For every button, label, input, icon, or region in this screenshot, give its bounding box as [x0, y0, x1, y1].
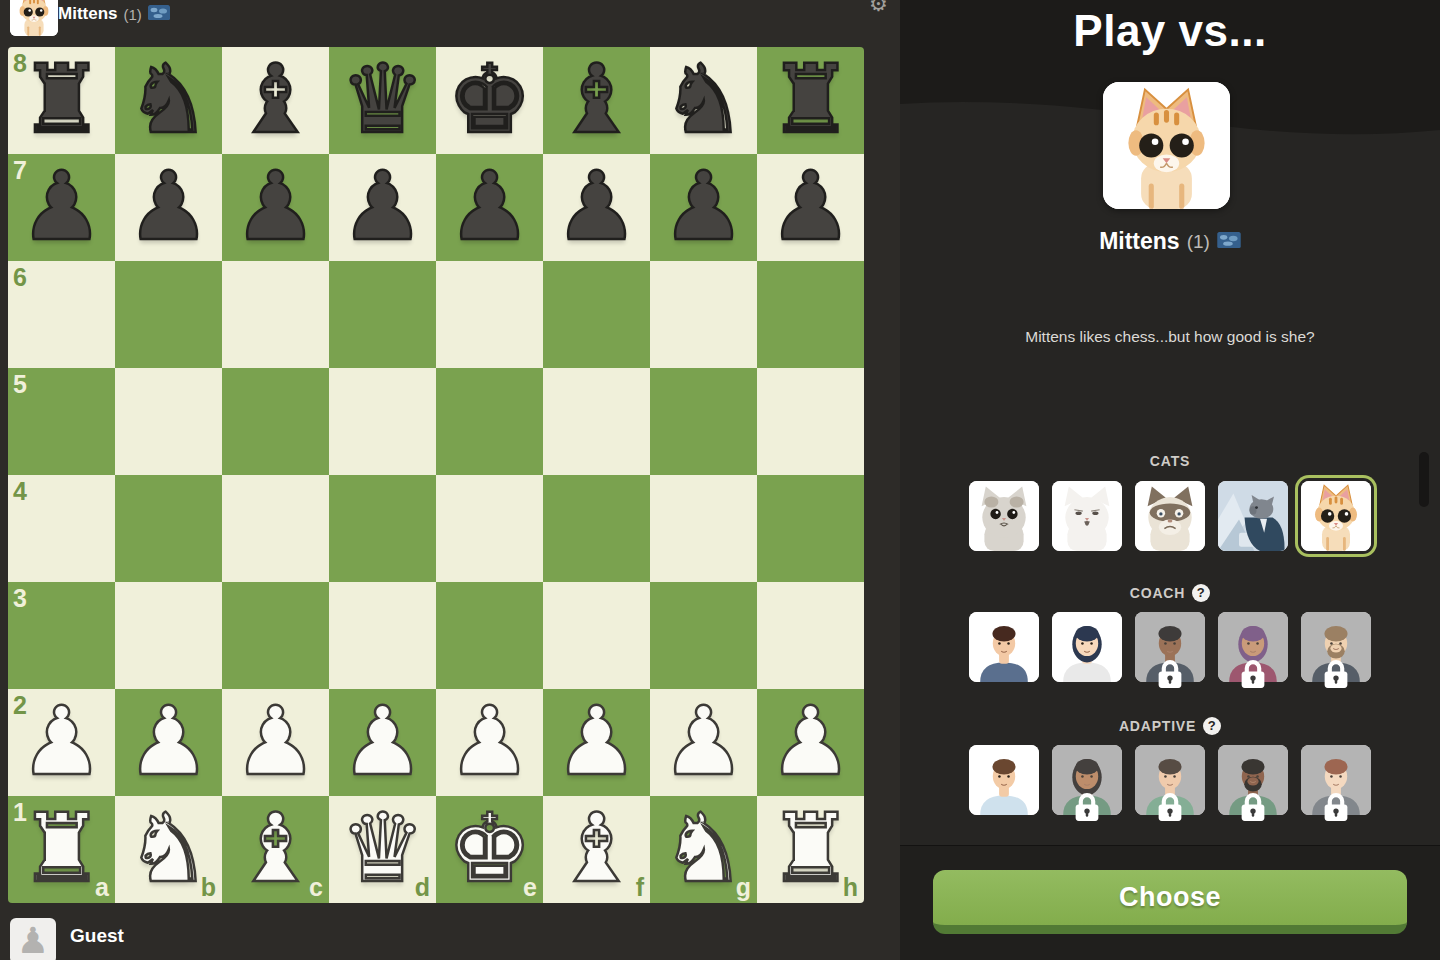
guest-avatar[interactable]: ♟: [10, 918, 56, 960]
square-e5[interactable]: [436, 368, 543, 475]
square-b5[interactable]: [115, 368, 222, 475]
adaptive-locked-1-avatar-tile[interactable]: [1052, 745, 1122, 815]
square-c6[interactable]: [222, 261, 329, 368]
section-label-adaptive: ADAPTIVE ?: [900, 717, 1440, 735]
top-player-name[interactable]: Mittens: [58, 4, 118, 24]
scrollbar-thumb[interactable]: [1419, 452, 1429, 507]
piece-black-pawn[interactable]: ♟: [115, 154, 222, 261]
coach-locked-3-avatar-tile[interactable]: [1301, 612, 1371, 682]
square-d3[interactable]: [329, 582, 436, 689]
coach-row: [900, 612, 1440, 682]
square-b4[interactable]: [115, 475, 222, 582]
square-f1[interactable]: f♝: [543, 796, 650, 903]
square-b6[interactable]: [115, 261, 222, 368]
square-g5[interactable]: [650, 368, 757, 475]
square-b8[interactable]: ♞: [115, 47, 222, 154]
lock-icon: [1324, 659, 1349, 690]
lock-icon: [1158, 659, 1183, 690]
square-g4[interactable]: [650, 475, 757, 582]
piece-white-knight[interactable]: ♞: [650, 796, 757, 903]
square-f5[interactable]: [543, 368, 650, 475]
play-vs-panel: Play vs... Mittens (1) Mittens likes che…: [900, 0, 1440, 960]
piece-white-pawn[interactable]: ♟: [436, 689, 543, 796]
rank-label-4: 4: [13, 477, 27, 506]
square-b7[interactable]: ♟: [115, 154, 222, 261]
piece-black-king[interactable]: ♚: [436, 47, 543, 154]
settings-gear-icon[interactable]: ⚙: [869, 0, 888, 15]
square-c7[interactable]: ♟: [222, 154, 329, 261]
square-c3[interactable]: [222, 582, 329, 689]
square-c4[interactable]: [222, 475, 329, 582]
adaptive-help-icon[interactable]: ?: [1203, 717, 1221, 735]
piece-white-pawn[interactable]: ♟: [329, 689, 436, 796]
cats-row: [900, 481, 1440, 551]
suit-cat-avatar: [1218, 481, 1288, 551]
piece-black-pawn[interactable]: ♟: [757, 154, 864, 261]
section-label-cats: CATS: [900, 453, 1440, 469]
square-d6[interactable]: [329, 261, 436, 368]
square-g8[interactable]: ♞: [650, 47, 757, 154]
piece-white-pawn[interactable]: ♟: [115, 689, 222, 796]
top-player-bar: [10, 0, 58, 36]
coach-1-avatar: [969, 612, 1039, 682]
bot-name: Mittens: [1099, 228, 1180, 255]
gray-cat-avatar-tile[interactable]: [969, 481, 1039, 551]
piece-black-pawn[interactable]: ♟: [543, 154, 650, 261]
grumpy-cat-avatar-tile[interactable]: [1135, 481, 1205, 551]
piece-black-bishop[interactable]: ♝: [222, 47, 329, 154]
coach-help-icon[interactable]: ?: [1192, 584, 1210, 602]
white-cat-avatar: [1052, 481, 1122, 551]
white-cat-avatar-tile[interactable]: [1052, 481, 1122, 551]
square-g2[interactable]: ♟: [650, 689, 757, 796]
square-a7[interactable]: 7♟: [8, 154, 115, 261]
mittens-avatar: [1301, 481, 1371, 551]
square-d4[interactable]: [329, 475, 436, 582]
square-d8[interactable]: ♛: [329, 47, 436, 154]
square-d2[interactable]: ♟: [329, 689, 436, 796]
piece-white-bishop[interactable]: ♝: [543, 796, 650, 903]
adaptive-locked-3-avatar-tile[interactable]: [1218, 745, 1288, 815]
square-a3[interactable]: 3: [8, 582, 115, 689]
piece-black-pawn[interactable]: ♟: [8, 154, 115, 261]
coach-1-avatar-tile[interactable]: [969, 612, 1039, 682]
piece-white-pawn[interactable]: ♟: [650, 689, 757, 796]
panel-footer: Choose: [900, 845, 1440, 960]
panel-title: Play vs...: [900, 6, 1440, 56]
piece-white-pawn[interactable]: ♟: [222, 689, 329, 796]
square-a6[interactable]: 6: [8, 261, 115, 368]
square-b2[interactable]: ♟: [115, 689, 222, 796]
square-h5[interactable]: [757, 368, 864, 475]
square-c1[interactable]: c♝: [222, 796, 329, 903]
square-g3[interactable]: [650, 582, 757, 689]
adaptive-1-avatar-tile[interactable]: [969, 745, 1039, 815]
square-e4[interactable]: [436, 475, 543, 582]
square-f8[interactable]: ♝: [543, 47, 650, 154]
top-player-avatar[interactable]: [10, 0, 58, 36]
lock-icon: [1241, 792, 1266, 823]
square-d1[interactable]: d♛: [329, 796, 436, 903]
piece-black-pawn[interactable]: ♟: [329, 154, 436, 261]
coach-2-avatar: [1052, 612, 1122, 682]
suit-cat-avatar-tile[interactable]: [1218, 481, 1288, 551]
piece-black-rook[interactable]: ♜: [757, 47, 864, 154]
piece-black-knight[interactable]: ♞: [650, 47, 757, 154]
adaptive-locked-2-avatar-tile[interactable]: [1135, 745, 1205, 815]
top-player-rating: (1): [124, 6, 142, 23]
adaptive-locked-4-avatar-tile[interactable]: [1301, 745, 1371, 815]
coach-locked-2-avatar-tile[interactable]: [1218, 612, 1288, 682]
piece-white-queen[interactable]: ♛: [329, 796, 436, 903]
square-h3[interactable]: [757, 582, 864, 689]
square-g1[interactable]: g♞: [650, 796, 757, 903]
rank-label-3: 3: [13, 584, 27, 613]
square-b1[interactable]: b♞: [115, 796, 222, 903]
adaptive-row: [900, 745, 1440, 815]
square-a1[interactable]: 1a♜: [8, 796, 115, 903]
square-e7[interactable]: ♟: [436, 154, 543, 261]
bottom-player-name: Guest: [70, 925, 124, 947]
bot-name-row: Mittens (1): [900, 228, 1440, 255]
square-f6[interactable]: [543, 261, 650, 368]
board-area: Mittens (1) ⚙ 8♜♞♝♛♚♝♞♜7♟♟♟♟♟♟♟♟65432♟♟♟…: [0, 0, 900, 960]
square-a2[interactable]: 2♟: [8, 689, 115, 796]
square-e1[interactable]: e♚: [436, 796, 543, 903]
square-e8[interactable]: ♚: [436, 47, 543, 154]
piece-white-king[interactable]: ♚: [436, 796, 543, 903]
lock-icon: [1241, 659, 1266, 690]
square-a5[interactable]: 5: [8, 368, 115, 475]
piece-black-rook[interactable]: ♜: [8, 47, 115, 154]
lock-icon: [1158, 792, 1183, 823]
square-e2[interactable]: ♟: [436, 689, 543, 796]
bottom-player-bar: ♟ Guest: [10, 918, 124, 960]
square-f2[interactable]: ♟: [543, 689, 650, 796]
world-flag-icon: [148, 5, 170, 24]
lock-icon: [1324, 792, 1349, 823]
square-h7[interactable]: ♟: [757, 154, 864, 261]
choose-button[interactable]: Choose: [933, 870, 1407, 934]
square-g6[interactable]: [650, 261, 757, 368]
rank-label-5: 5: [13, 370, 27, 399]
piece-white-knight[interactable]: ♞: [115, 796, 222, 903]
square-d5[interactable]: [329, 368, 436, 475]
lock-icon: [1075, 792, 1100, 823]
rank-label-6: 6: [13, 263, 27, 292]
square-h1[interactable]: h♜: [757, 796, 864, 903]
square-f7[interactable]: ♟: [543, 154, 650, 261]
square-g7[interactable]: ♟: [650, 154, 757, 261]
square-f4[interactable]: [543, 475, 650, 582]
square-c2[interactable]: ♟: [222, 689, 329, 796]
piece-white-rook[interactable]: ♜: [8, 796, 115, 903]
square-e6[interactable]: [436, 261, 543, 368]
piece-black-knight[interactable]: ♞: [115, 47, 222, 154]
section-label-coach: COACH ?: [900, 584, 1440, 602]
coach-locked-1-avatar-tile[interactable]: [1135, 612, 1205, 682]
square-h6[interactable]: [757, 261, 864, 368]
gray-cat-avatar: [969, 481, 1039, 551]
piece-black-pawn[interactable]: ♟: [222, 154, 329, 261]
piece-black-pawn[interactable]: ♟: [436, 154, 543, 261]
coach-2-avatar-tile[interactable]: [1052, 612, 1122, 682]
square-h4[interactable]: [757, 475, 864, 582]
square-f3[interactable]: [543, 582, 650, 689]
top-player-name-row: Mittens (1): [58, 4, 170, 24]
square-c8[interactable]: ♝: [222, 47, 329, 154]
piece-black-bishop[interactable]: ♝: [543, 47, 650, 154]
mittens-avatar-tile[interactable]: [1301, 481, 1371, 551]
adaptive-1-avatar: [969, 745, 1039, 815]
square-h8[interactable]: ♜: [757, 47, 864, 154]
mittens-large-avatar: [1103, 82, 1230, 209]
square-h2[interactable]: ♟: [757, 689, 864, 796]
piece-black-pawn[interactable]: ♟: [650, 154, 757, 261]
square-a4[interactable]: 4: [8, 475, 115, 582]
piece-white-pawn[interactable]: ♟: [543, 689, 650, 796]
piece-white-pawn[interactable]: ♟: [757, 689, 864, 796]
square-e3[interactable]: [436, 582, 543, 689]
piece-white-bishop[interactable]: ♝: [222, 796, 329, 903]
piece-black-queen[interactable]: ♛: [329, 47, 436, 154]
chess-board: 8♜♞♝♛♚♝♞♜7♟♟♟♟♟♟♟♟65432♟♟♟♟♟♟♟♟1a♜b♞c♝d♛…: [8, 47, 864, 903]
square-c5[interactable]: [222, 368, 329, 475]
square-d7[interactable]: ♟: [329, 154, 436, 261]
piece-white-pawn[interactable]: ♟: [8, 689, 115, 796]
square-b3[interactable]: [115, 582, 222, 689]
piece-white-rook[interactable]: ♜: [757, 796, 864, 903]
world-flag-icon: [1217, 232, 1241, 252]
grumpy-cat-avatar: [1135, 481, 1205, 551]
bot-description: Mittens likes chess...but how good is sh…: [950, 327, 1390, 348]
square-a8[interactable]: 8♜: [8, 47, 115, 154]
bot-rating: (1): [1187, 231, 1210, 253]
